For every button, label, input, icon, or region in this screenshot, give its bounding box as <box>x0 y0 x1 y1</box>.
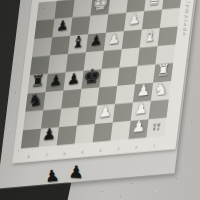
black-bishop[interactable]: ♝ <box>71 33 86 51</box>
board-grid: ♛♚♜♝♚♛♜♝♞♟♟♟♟♟♟♚♜♞♝♟♟♟♟♟ <box>21 0 182 149</box>
black-pawn[interactable]: ♟ <box>67 71 81 87</box>
board-tilt-wrapper: ♛♚♜♝♚♛♜♝♞♟♟♟♟♟♟♚♜♞♝♟♟♟♟♟ Olympiade 87654… <box>12 0 196 163</box>
black-knight[interactable]: ♞ <box>28 91 44 110</box>
coordinate-label: 3 <box>117 146 120 151</box>
white-pawn[interactable]: ♟ <box>134 101 149 118</box>
chessboard: ♛♚♜♝♚♛♜♝♞♟♟♟♟♟♟♚♜♞♝♟♟♟♟♟ Olympiade 87654… <box>12 0 196 163</box>
white-knight[interactable]: ♞ <box>153 80 169 99</box>
white-bishop[interactable]: ♝ <box>142 27 157 45</box>
white-queen[interactable]: ♛ <box>146 0 162 9</box>
coordinate-label: 1 <box>153 143 156 148</box>
white-pawn[interactable]: ♟ <box>136 83 150 100</box>
captured-black-pawn[interactable]: ♟ <box>44 168 60 185</box>
coordinate-label: 5 <box>81 149 84 154</box>
black-pawn[interactable]: ♟ <box>89 33 102 49</box>
white-pawn[interactable]: ♟ <box>98 104 113 121</box>
coordinate-label: 2 <box>135 144 138 149</box>
white-pawn[interactable]: ♟ <box>131 119 146 137</box>
coordinate-label: 6 <box>63 151 66 156</box>
board-maker-emblem-icon: ♛♚♜♝ <box>146 118 166 138</box>
black-king[interactable]: ♚ <box>82 66 101 88</box>
coordinate-label: 8 <box>27 154 30 159</box>
black-pawn[interactable]: ♟ <box>56 18 69 33</box>
black-pawn[interactable]: ♟ <box>49 72 63 88</box>
coordinate-label: 4 <box>99 147 102 152</box>
white-king[interactable]: ♚ <box>92 0 109 14</box>
captured-black-pawn[interactable]: ♟ <box>68 164 84 182</box>
square-b1[interactable] <box>160 8 180 28</box>
square-g1[interactable] <box>149 99 169 119</box>
square-c1[interactable] <box>158 26 178 46</box>
white-pawn[interactable]: ♟ <box>107 32 120 48</box>
black-pawn[interactable]: ♟ <box>42 126 57 144</box>
white-pawn[interactable]: ♟ <box>128 12 141 27</box>
photo-stage: ♛♚♜♝♚♛♜♝♞♟♟♟♟♟♟♚♜♞♝♟♟♟♟♟ Olympiade 87654… <box>0 0 200 200</box>
coordinate-label: 7 <box>45 152 48 157</box>
square-h1[interactable]: ♛♚♜♝ <box>146 118 166 138</box>
